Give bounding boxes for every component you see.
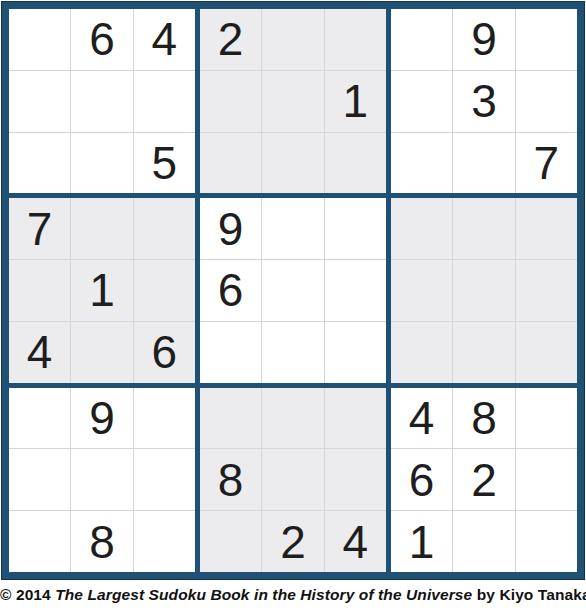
cell-r9c2[interactable]: 8	[71, 511, 132, 572]
cell-r7c1[interactable]	[9, 388, 70, 449]
cell-r7c4[interactable]	[200, 388, 261, 449]
given-digit: 4	[409, 391, 435, 445]
cell-r7c2[interactable]: 9	[71, 388, 132, 449]
cell-r6c2[interactable]	[71, 322, 132, 383]
cell-r5c3[interactable]	[134, 260, 195, 321]
given-digit: 1	[89, 263, 115, 317]
given-digit: 9	[471, 12, 497, 66]
given-digit: 6	[218, 263, 244, 317]
cell-r8c8[interactable]: 2	[453, 449, 514, 510]
given-digit: 8	[89, 515, 115, 569]
copyright-year: © 2014	[0, 586, 51, 603]
given-digit: 6	[152, 325, 178, 379]
cell-r8c1[interactable]	[9, 449, 70, 510]
cell-r7c7[interactable]: 4	[391, 388, 452, 449]
sudoku-box-2-1: 7146	[9, 198, 195, 382]
cell-r8c2[interactable]	[71, 449, 132, 510]
cell-r4c9[interactable]	[516, 198, 577, 259]
cell-r1c6[interactable]	[325, 9, 386, 70]
cell-r3c1[interactable]	[9, 133, 70, 194]
author-byline: by Kiyo Tanaka	[477, 586, 586, 603]
book-title: The Largest Sudoku Book in the History o…	[55, 586, 472, 603]
cell-r3c4[interactable]	[200, 133, 261, 194]
cell-r1c7[interactable]	[391, 9, 452, 70]
sudoku-box-2-3	[391, 198, 577, 382]
cell-r5c8[interactable]	[453, 260, 514, 321]
given-digit: 3	[471, 74, 497, 128]
cell-r1c5[interactable]	[262, 9, 323, 70]
cell-r6c9[interactable]	[516, 322, 577, 383]
cell-r9c3[interactable]	[134, 511, 195, 572]
cell-r9c5[interactable]: 2	[262, 511, 323, 572]
cell-r4c6[interactable]	[325, 198, 386, 259]
cell-r9c7[interactable]: 1	[391, 511, 452, 572]
given-digit: 4	[343, 515, 369, 569]
cell-r2c8[interactable]: 3	[453, 71, 514, 132]
cell-r8c4[interactable]: 8	[200, 449, 261, 510]
given-digit: 5	[152, 136, 178, 190]
cell-r4c3[interactable]	[134, 198, 195, 259]
cell-r2c6[interactable]: 1	[325, 71, 386, 132]
cell-r2c3[interactable]	[134, 71, 195, 132]
given-digit: 8	[471, 391, 497, 445]
cell-r3c6[interactable]	[325, 133, 386, 194]
cell-r8c5[interactable]	[262, 449, 323, 510]
cell-r8c7[interactable]: 6	[391, 449, 452, 510]
sudoku-box-3-3: 48621	[391, 388, 577, 572]
given-digit: 8	[218, 453, 244, 507]
cell-r6c6[interactable]	[325, 322, 386, 383]
cell-r4c7[interactable]	[391, 198, 452, 259]
cell-r3c5[interactable]	[262, 133, 323, 194]
cell-r7c8[interactable]: 8	[453, 388, 514, 449]
cell-r1c4[interactable]: 2	[200, 9, 261, 70]
cell-r6c5[interactable]	[262, 322, 323, 383]
cell-r5c2[interactable]: 1	[71, 260, 132, 321]
cell-r5c1[interactable]	[9, 260, 70, 321]
cell-r6c1[interactable]: 4	[9, 322, 70, 383]
given-digit: 7	[27, 202, 53, 256]
cell-r2c9[interactable]	[516, 71, 577, 132]
cell-r3c9[interactable]: 7	[516, 133, 577, 194]
given-digit: 2	[471, 453, 497, 507]
given-digit: 7	[534, 136, 560, 190]
cell-r9c8[interactable]	[453, 511, 514, 572]
sudoku-board: 645219377146969882448621	[2, 2, 584, 579]
given-digit: 2	[218, 12, 244, 66]
cell-r1c8[interactable]: 9	[453, 9, 514, 70]
cell-r2c4[interactable]	[200, 71, 261, 132]
cell-r9c6[interactable]: 4	[325, 511, 386, 572]
cell-r9c9[interactable]	[516, 511, 577, 572]
cell-r6c7[interactable]	[391, 322, 452, 383]
cell-r8c3[interactable]	[134, 449, 195, 510]
cell-r5c9[interactable]	[516, 260, 577, 321]
cell-r3c3[interactable]: 5	[134, 133, 195, 194]
cell-r4c2[interactable]	[71, 198, 132, 259]
cell-r3c8[interactable]	[453, 133, 514, 194]
cell-r1c1[interactable]	[9, 9, 70, 70]
given-digit: 4	[152, 12, 178, 66]
given-digit: 9	[89, 391, 115, 445]
cell-r2c2[interactable]	[71, 71, 132, 132]
sudoku-box-3-2: 824	[200, 388, 386, 572]
cell-r9c4[interactable]	[200, 511, 261, 572]
cell-r4c5[interactable]	[262, 198, 323, 259]
cell-r4c1[interactable]: 7	[9, 198, 70, 259]
cell-r6c4[interactable]	[200, 322, 261, 383]
cell-r5c7[interactable]	[391, 260, 452, 321]
cell-r7c3[interactable]	[134, 388, 195, 449]
cell-r1c2[interactable]: 6	[71, 9, 132, 70]
cell-r7c5[interactable]	[262, 388, 323, 449]
cell-r5c6[interactable]	[325, 260, 386, 321]
given-digit: 2	[280, 515, 306, 569]
given-digit: 4	[27, 325, 53, 379]
cell-r8c6[interactable]	[325, 449, 386, 510]
cell-r1c3[interactable]: 4	[134, 9, 195, 70]
given-digit: 9	[218, 202, 244, 256]
sudoku-box-1-1: 645	[9, 9, 195, 193]
given-digit: 6	[409, 453, 435, 507]
cell-r4c8[interactable]	[453, 198, 514, 259]
cell-r8c9[interactable]	[516, 449, 577, 510]
cell-r6c3[interactable]: 6	[134, 322, 195, 383]
sudoku-box-1-2: 21	[200, 9, 386, 193]
cell-r5c4[interactable]: 6	[200, 260, 261, 321]
given-digit: 1	[409, 515, 435, 569]
cell-r3c2[interactable]	[71, 133, 132, 194]
sudoku-box-1-3: 937	[391, 9, 577, 193]
cell-r1c9[interactable]	[516, 9, 577, 70]
cell-r7c9[interactable]	[516, 388, 577, 449]
cell-r2c5[interactable]	[262, 71, 323, 132]
cell-r3c7[interactable]	[391, 133, 452, 194]
cell-r9c1[interactable]	[9, 511, 70, 572]
sudoku-box-3-1: 98	[9, 388, 195, 572]
cell-r2c7[interactable]	[391, 71, 452, 132]
cell-r6c8[interactable]	[453, 322, 514, 383]
cell-r4c4[interactable]: 9	[200, 198, 261, 259]
cell-r5c5[interactable]	[262, 260, 323, 321]
cell-r2c1[interactable]	[9, 71, 70, 132]
copyright-caption: © 2014 The Largest Sudoku Book in the Hi…	[0, 586, 586, 604]
given-digit: 1	[343, 74, 369, 128]
cell-r7c6[interactable]	[325, 388, 386, 449]
sudoku-box-2-2: 96	[200, 198, 386, 382]
given-digit: 6	[89, 12, 115, 66]
